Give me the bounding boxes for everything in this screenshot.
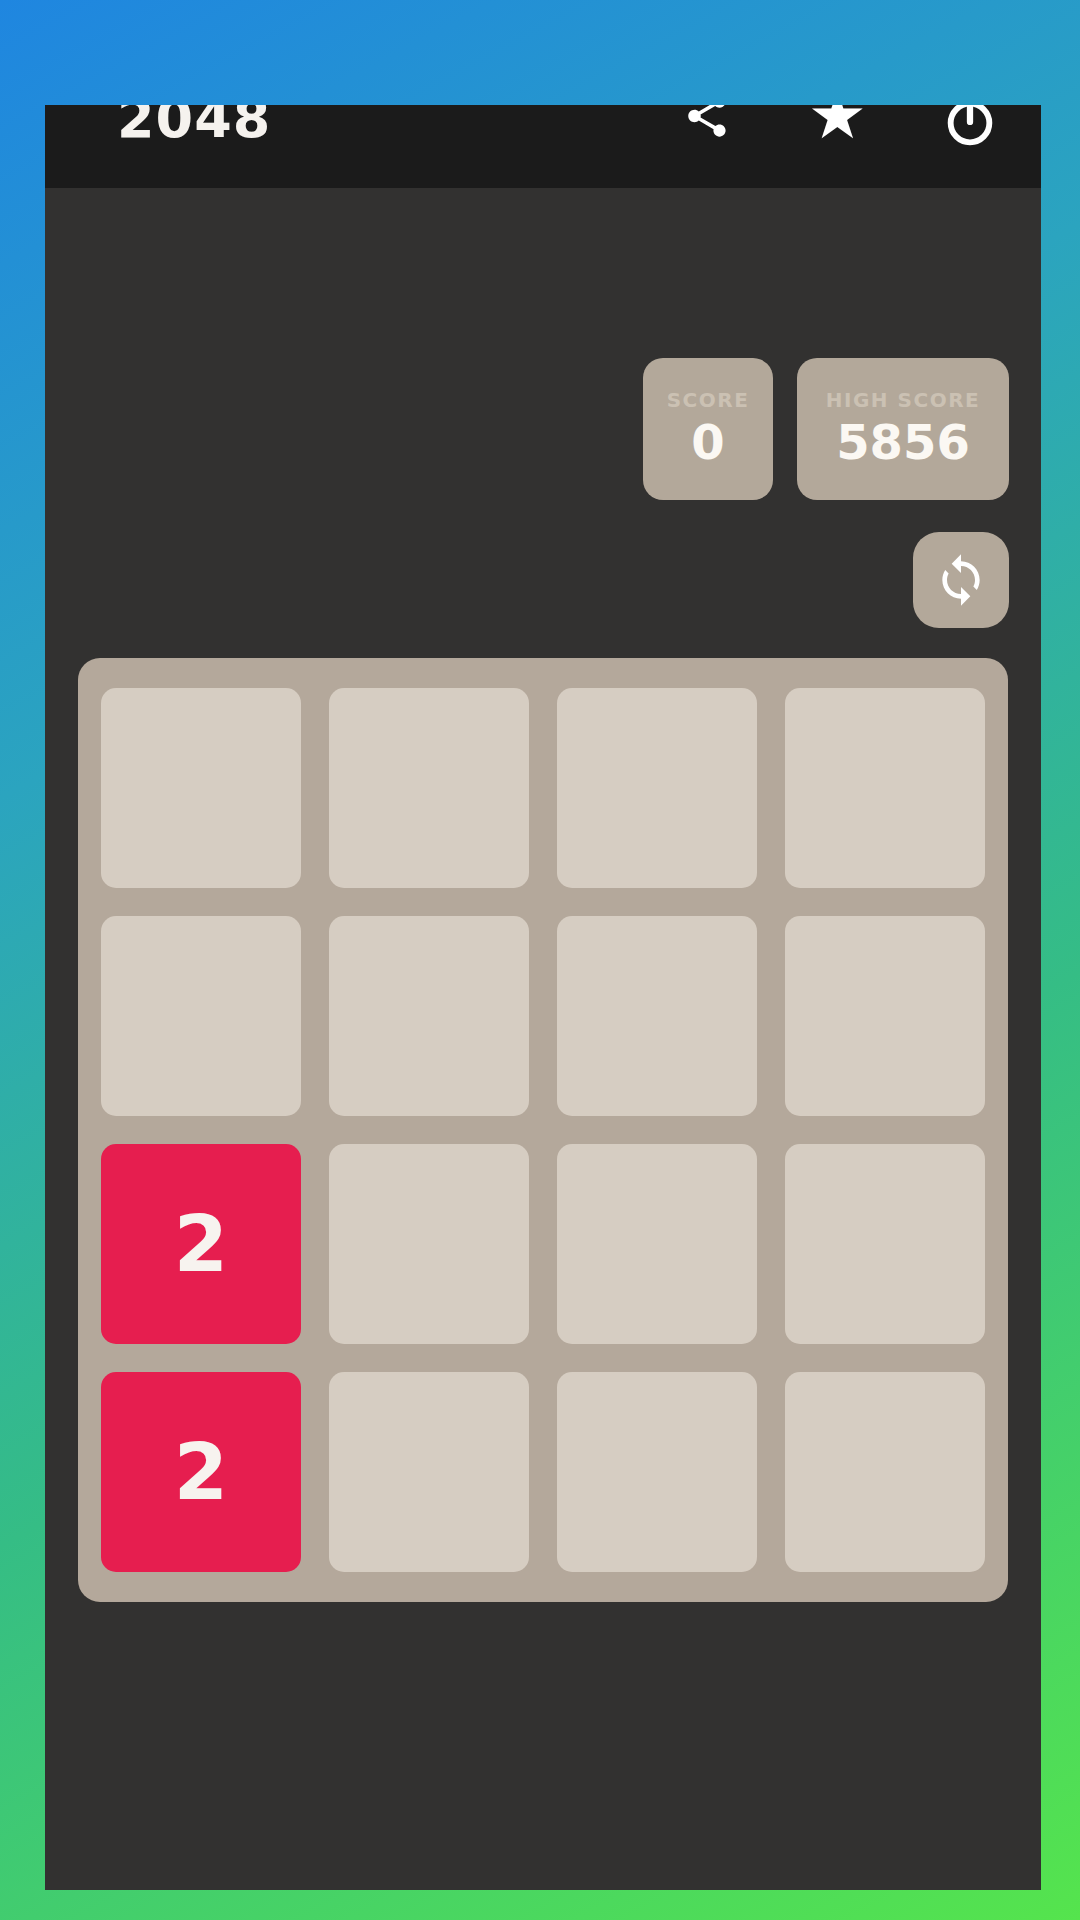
board-cell <box>329 916 529 1116</box>
phone-background: 2048 ★ SCORE 0 HIGH SCORE 5856 <box>0 0 1080 1920</box>
score-label: SCORE <box>667 388 750 412</box>
app-bar-actions: ★ <box>682 105 997 150</box>
scoreboard: SCORE 0 HIGH SCORE 5856 <box>45 358 1041 500</box>
board-cell <box>101 916 301 1116</box>
app-bar: 2048 ★ <box>45 105 1041 188</box>
score-value: 0 <box>691 418 724 466</box>
restart-button[interactable] <box>913 532 1009 628</box>
board-cell: 2 <box>101 1372 301 1572</box>
board-cell <box>329 688 529 888</box>
board-cell <box>101 688 301 888</box>
board-cell: 2 <box>101 1144 301 1344</box>
board-cell <box>785 916 985 1116</box>
board-cell <box>329 1372 529 1572</box>
board-cell <box>557 1144 757 1344</box>
high-score-value: 5856 <box>836 418 970 466</box>
high-score-box: HIGH SCORE 5856 <box>797 358 1009 500</box>
refresh-icon <box>933 552 989 608</box>
score-box: SCORE 0 <box>643 358 773 500</box>
board-cell <box>785 688 985 888</box>
share-icon[interactable] <box>682 105 732 141</box>
restart-row <box>45 532 1041 628</box>
game-board[interactable]: 2 2 <box>78 658 1008 1602</box>
board-cell <box>557 916 757 1116</box>
board-cell <box>557 688 757 888</box>
board-cell <box>557 1372 757 1572</box>
app-title: 2048 <box>117 105 271 146</box>
board-cell <box>785 1144 985 1344</box>
app-window: 2048 ★ SCORE 0 HIGH SCORE 5856 <box>45 105 1041 1890</box>
board-cell <box>329 1144 529 1344</box>
info-icon[interactable] <box>943 105 997 150</box>
board-cell <box>785 1372 985 1572</box>
star-icon[interactable]: ★ <box>808 105 867 149</box>
high-score-label: HIGH SCORE <box>826 388 980 412</box>
